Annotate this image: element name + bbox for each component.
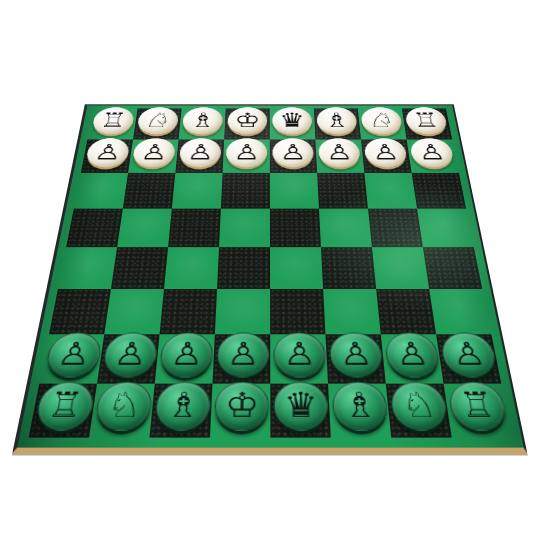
black-pawn-piece: ♙ [101, 332, 158, 377]
white-rook-icon: ♖ [411, 110, 440, 130]
black-bishop-piece: ♗ [331, 382, 389, 431]
white-rook-piece: ♖ [91, 107, 135, 134]
square-b7: ♙ [381, 334, 444, 383]
square-g5 [111, 247, 168, 289]
black-knight-icon: ♘ [399, 388, 438, 423]
square-c4 [319, 209, 372, 248]
square-a6 [429, 289, 491, 334]
square-a2: ♙ [407, 140, 459, 173]
black-pawn-icon: ♙ [55, 338, 93, 370]
square-c8: ♗ [328, 384, 391, 438]
square-f4 [168, 209, 221, 248]
white-bishop-icon: ♗ [189, 110, 216, 130]
white-pawn-piece: ♙ [272, 138, 314, 167]
white-rook-icon: ♖ [99, 110, 128, 130]
square-d5 [270, 247, 323, 289]
square-b4 [368, 209, 423, 248]
black-bishop-icon: ♗ [165, 388, 202, 423]
square-e7: ♙ [213, 334, 271, 383]
square-h1: ♖ [87, 108, 137, 139]
square-c1: ♗ [314, 108, 361, 139]
square-h7: ♙ [39, 334, 104, 383]
square-h4 [66, 209, 123, 248]
square-c2: ♙ [315, 140, 364, 173]
black-pawn-icon: ♙ [112, 338, 149, 370]
square-g1: ♘ [133, 108, 182, 139]
white-queen-piece: ♛ [272, 107, 312, 134]
white-pawn-icon: ♙ [325, 141, 353, 162]
square-b6 [376, 289, 436, 334]
square-a7: ♙ [436, 334, 501, 383]
white-pawn-icon: ♙ [371, 141, 401, 162]
square-g8: ♘ [89, 384, 155, 438]
square-d6 [270, 289, 325, 334]
square-f8: ♗ [149, 384, 212, 438]
white-queen-icon: ♛ [279, 110, 305, 130]
square-d4 [270, 209, 321, 248]
square-f6 [160, 289, 217, 334]
square-g4 [117, 209, 172, 248]
square-e3 [221, 173, 270, 209]
square-b5 [372, 247, 429, 289]
square-b2: ♙ [361, 140, 412, 173]
black-pawn-piece: ♙ [44, 332, 104, 377]
square-e4 [219, 209, 270, 248]
white-pawn-piece: ♙ [318, 138, 361, 167]
black-pawn-icon: ♙ [283, 338, 317, 370]
square-h2: ♙ [81, 140, 133, 173]
black-pawn-icon: ♙ [169, 338, 204, 370]
white-pawn-icon: ♙ [416, 141, 447, 162]
square-f1: ♗ [179, 108, 226, 139]
black-bishop-icon: ♗ [342, 388, 379, 423]
black-knight-piece: ♘ [389, 382, 450, 431]
square-d8: ♛ [270, 384, 331, 438]
black-knight-piece: ♘ [94, 382, 154, 431]
black-pawn-icon: ♙ [338, 338, 373, 370]
square-d7: ♙ [270, 334, 328, 383]
black-rook-icon: ♖ [457, 388, 497, 423]
square-e1: ♔ [224, 108, 270, 139]
white-pawn-piece: ♙ [409, 138, 455, 167]
white-bishop-piece: ♗ [316, 107, 357, 134]
photo-background: ♖♘♗♔♛♗♘♖♙♙♙♙♙♙♙♙♙♙♙♙♙♙♙♙♖♘♗♔♛♗♘♖ [0, 0, 533, 533]
black-pawn-piece: ♙ [384, 332, 442, 377]
square-f5 [164, 247, 219, 289]
white-pawn-icon: ♙ [93, 141, 124, 162]
square-d2: ♙ [270, 140, 317, 173]
black-rook-icon: ♖ [45, 388, 85, 423]
black-pawn-icon: ♙ [226, 338, 259, 370]
white-pawn-icon: ♙ [186, 141, 214, 162]
square-e5 [217, 247, 270, 289]
square-f2: ♙ [175, 140, 224, 173]
black-pawn-piece: ♙ [216, 332, 269, 377]
black-rook-piece: ♖ [447, 382, 510, 431]
black-king-icon: ♔ [224, 388, 259, 423]
black-pawn-piece: ♙ [439, 332, 499, 377]
square-f3 [172, 173, 223, 209]
white-pawn-icon: ♙ [279, 141, 306, 162]
square-e8: ♔ [210, 384, 270, 438]
white-bishop-icon: ♗ [323, 110, 350, 130]
black-pawn-icon: ♙ [449, 338, 487, 370]
white-knight-piece: ♘ [136, 107, 179, 134]
black-queen-piece: ♛ [274, 382, 330, 431]
square-h5 [58, 247, 117, 289]
square-c6 [323, 289, 381, 334]
black-pawn-piece: ♙ [159, 332, 214, 377]
black-pawn-icon: ♙ [394, 338, 431, 370]
black-pawn-piece: ♙ [273, 332, 326, 377]
square-a1: ♖ [402, 108, 452, 139]
square-g6 [104, 289, 164, 334]
square-g2: ♙ [128, 140, 179, 173]
square-a8: ♖ [444, 384, 513, 438]
square-c7: ♙ [325, 334, 385, 383]
black-king-piece: ♔ [214, 382, 269, 431]
square-b3 [364, 173, 417, 209]
white-knight-piece: ♘ [360, 107, 403, 134]
square-h3 [74, 173, 128, 209]
square-a3 [412, 173, 466, 209]
square-b8: ♘ [386, 384, 452, 438]
white-pawn-piece: ♙ [226, 138, 267, 167]
white-pawn-piece: ♙ [132, 138, 176, 167]
black-bishop-piece: ♗ [154, 382, 212, 431]
white-knight-icon: ♘ [367, 110, 395, 130]
white-knight-icon: ♘ [144, 110, 172, 130]
black-knight-icon: ♘ [105, 388, 143, 423]
square-a4 [417, 209, 474, 248]
black-queen-icon: ♛ [284, 388, 319, 423]
white-pawn-piece: ♙ [85, 138, 131, 167]
square-h8: ♖ [29, 384, 97, 438]
square-d1: ♛ [270, 108, 316, 139]
square-e6 [215, 289, 270, 334]
black-pawn-piece: ♙ [329, 332, 384, 377]
square-b1: ♘ [358, 108, 407, 139]
board-grid: ♖♘♗♔♛♗♘♖♙♙♙♙♙♙♙♙♙♙♙♙♙♙♙♙♖♘♗♔♛♗♘♖ [29, 108, 513, 437]
square-d3 [270, 173, 319, 209]
square-a5 [423, 247, 482, 289]
white-pawn-icon: ♙ [233, 141, 260, 162]
square-e2: ♙ [223, 140, 270, 173]
white-pawn-piece: ♙ [364, 138, 409, 167]
white-pawn-icon: ♙ [139, 141, 168, 162]
white-king-piece: ♔ [227, 107, 267, 134]
square-f7: ♙ [155, 334, 215, 383]
square-g3 [123, 173, 176, 209]
square-g7: ♙ [97, 334, 160, 383]
white-king-icon: ♔ [234, 110, 260, 130]
white-bishop-piece: ♗ [182, 107, 223, 134]
square-h6 [49, 289, 111, 334]
square-c5 [321, 247, 376, 289]
white-pawn-piece: ♙ [179, 138, 222, 167]
board-surface: ♖♘♗♔♛♗♘♖♙♙♙♙♙♙♙♙♙♙♙♙♙♙♙♙♖♘♗♔♛♗♘♖ [12, 104, 527, 453]
black-rook-piece: ♖ [33, 382, 96, 431]
white-rook-piece: ♖ [404, 107, 448, 134]
square-c3 [317, 173, 368, 209]
chess-board: ♖♘♗♔♛♗♘♖♙♙♙♙♙♙♙♙♙♙♙♙♙♙♙♙♖♘♗♔♛♗♘♖ [13, 104, 522, 447]
